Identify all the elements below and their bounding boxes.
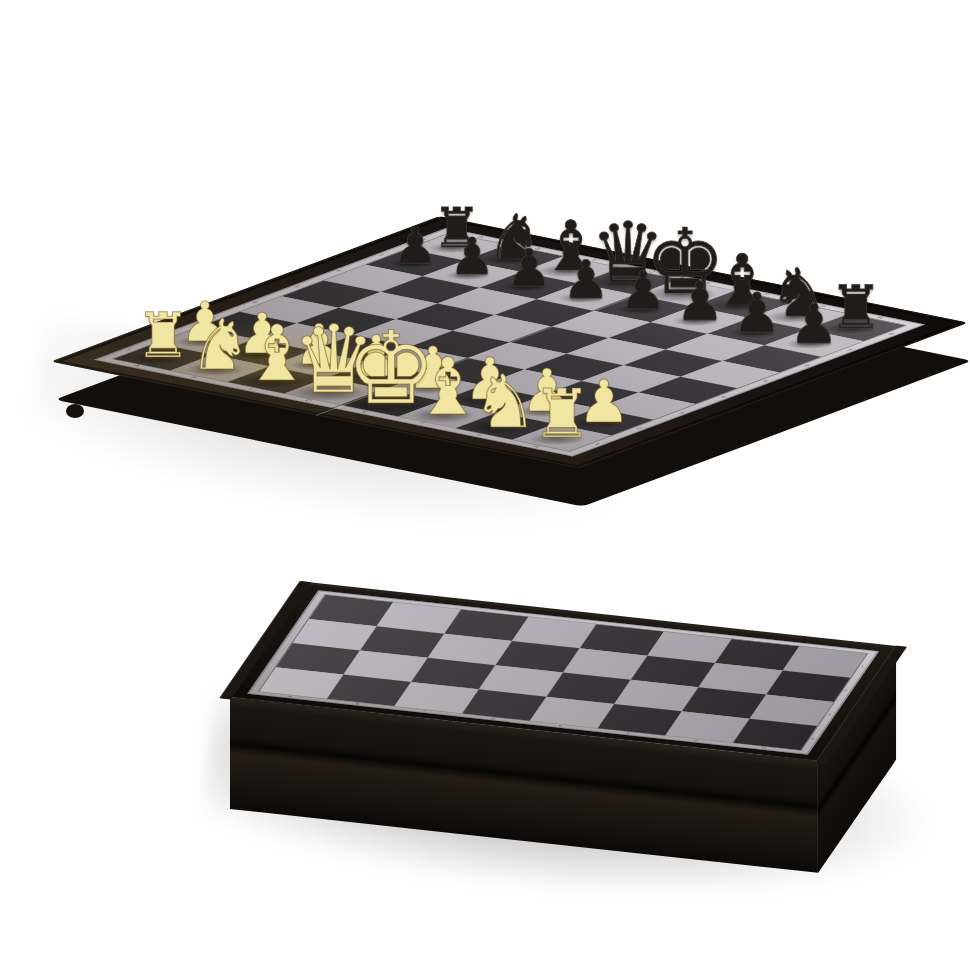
rank-label-left: 4 <box>250 301 259 304</box>
closed-rank-label: 2 <box>843 689 848 692</box>
file-label-back: F <box>761 293 770 296</box>
closed-file-label: C <box>423 710 429 713</box>
rank-label-right: 4 <box>718 396 727 399</box>
file-label-back: E <box>704 282 713 285</box>
file-label-front: F <box>417 422 426 425</box>
rank-label-right: 6 <box>802 364 811 367</box>
rank-label-right: 2 <box>634 427 643 430</box>
rank-label-right: 7 <box>844 349 853 352</box>
file-label-front: A <box>132 365 141 368</box>
file-label-front: E <box>360 411 369 414</box>
file-label-front: B <box>189 376 198 379</box>
rank-label-left: 3 <box>208 317 217 320</box>
open-board-frame: AA88BB77CC66DD55EE44FF33GG22HH11 <box>51 216 968 468</box>
closed-file-label: A <box>287 695 293 698</box>
closed-file-label: G <box>693 739 699 742</box>
closed-file-label: E <box>558 724 563 727</box>
closed-rank-label: 3 <box>827 713 832 716</box>
rank-label-left: 8 <box>418 238 427 241</box>
file-label-front: G <box>474 434 484 437</box>
rank-label-right: 5 <box>760 380 769 383</box>
rank-label-left: 1 <box>124 348 133 351</box>
file-label-front: C <box>246 388 256 391</box>
closed-file-label: F <box>626 732 631 735</box>
rank-label-left: 2 <box>166 333 175 336</box>
open-board: AA88BB77CC66DD55EE44FF33GG22HH11 <box>51 216 968 468</box>
closed-file-label: H <box>761 746 767 749</box>
closed-rank-label: 1 <box>860 665 865 668</box>
closed-file-label: B <box>355 702 361 705</box>
rank-label-left: 7 <box>376 254 385 257</box>
rank-label-right: 8 <box>886 333 895 336</box>
rank-label-right: 1 <box>592 443 601 446</box>
rank-label-left: 5 <box>292 285 301 288</box>
closed-file-label: D <box>490 717 496 720</box>
board-foot <box>66 404 84 418</box>
closed-rank-label: 4 <box>810 737 815 740</box>
product-photo-chess-set: AA88BB77CC66DD55EE44FF33GG22HH11 ♜♞♝♛♚♝♞… <box>0 0 970 970</box>
rank-label-left: 6 <box>334 270 343 273</box>
file-label-front: H <box>531 445 541 448</box>
file-label-front: D <box>303 399 313 402</box>
rank-label-right: 3 <box>676 412 685 415</box>
